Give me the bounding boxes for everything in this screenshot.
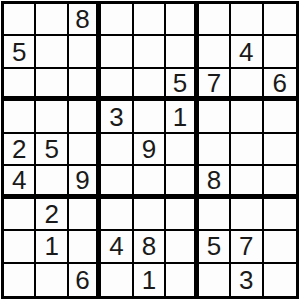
cell-r4c5-empty[interactable]	[134, 101, 166, 133]
cell-r3c2-empty[interactable]	[36, 69, 68, 101]
cell-r3c6-given[interactable]: 5	[166, 69, 198, 101]
cell-r9c5-given[interactable]: 1	[134, 264, 166, 296]
sudoku-board: 85457631259498214857613	[1, 1, 299, 299]
cell-r7c7-empty[interactable]	[199, 199, 231, 231]
cell-r4c9-empty[interactable]	[264, 101, 296, 133]
cell-r9c4-empty[interactable]	[101, 264, 133, 296]
cell-r1c2-empty[interactable]	[36, 4, 68, 36]
cell-r6c6-empty[interactable]	[166, 166, 198, 198]
cell-r7c5-empty[interactable]	[134, 199, 166, 231]
cell-r1c7-empty[interactable]	[199, 4, 231, 36]
cell-r9c3-given[interactable]: 6	[69, 264, 101, 296]
cell-r4c4-given[interactable]: 3	[101, 101, 133, 133]
cell-r3c8-empty[interactable]	[231, 69, 263, 101]
cell-r5c7-empty[interactable]	[199, 134, 231, 166]
cell-r2c4-empty[interactable]	[101, 36, 133, 68]
cell-r2c3-empty[interactable]	[69, 36, 101, 68]
cell-r3c9-given[interactable]: 6	[264, 69, 296, 101]
cell-r7c1-empty[interactable]	[4, 199, 36, 231]
cell-r2c9-empty[interactable]	[264, 36, 296, 68]
cell-r3c3-empty[interactable]	[69, 69, 101, 101]
cell-r1c6-empty[interactable]	[166, 4, 198, 36]
cell-r4c2-empty[interactable]	[36, 101, 68, 133]
cell-r7c6-empty[interactable]	[166, 199, 198, 231]
cell-r3c1-empty[interactable]	[4, 69, 36, 101]
cell-r8c9-empty[interactable]	[264, 231, 296, 263]
cell-r2c1-given[interactable]: 5	[4, 36, 36, 68]
sudoku-page: 85457631259498214857613	[0, 0, 300, 300]
cell-r5c2-given[interactable]: 5	[36, 134, 68, 166]
cell-r5c8-empty[interactable]	[231, 134, 263, 166]
cell-r1c3-given[interactable]: 8	[69, 4, 101, 36]
cell-r8c6-empty[interactable]	[166, 231, 198, 263]
cell-r5c6-empty[interactable]	[166, 134, 198, 166]
cell-r6c4-empty[interactable]	[101, 166, 133, 198]
cell-r7c2-given[interactable]: 2	[36, 199, 68, 231]
cell-r2c6-empty[interactable]	[166, 36, 198, 68]
cell-r6c7-given[interactable]: 8	[199, 166, 231, 198]
cell-r9c9-empty[interactable]	[264, 264, 296, 296]
cell-r4c7-empty[interactable]	[199, 101, 231, 133]
cell-r7c3-empty[interactable]	[69, 199, 101, 231]
cell-r5c3-empty[interactable]	[69, 134, 101, 166]
cell-r2c7-empty[interactable]	[199, 36, 231, 68]
cell-r1c5-empty[interactable]	[134, 4, 166, 36]
cell-r8c8-given[interactable]: 7	[231, 231, 263, 263]
cell-r8c1-empty[interactable]	[4, 231, 36, 263]
cell-r9c6-empty[interactable]	[166, 264, 198, 296]
cell-r6c5-empty[interactable]	[134, 166, 166, 198]
cell-r9c7-empty[interactable]	[199, 264, 231, 296]
cell-r8c5-given[interactable]: 8	[134, 231, 166, 263]
cell-r7c9-empty[interactable]	[264, 199, 296, 231]
cell-r9c2-empty[interactable]	[36, 264, 68, 296]
cell-r5c1-given[interactable]: 2	[4, 134, 36, 166]
cell-r8c3-empty[interactable]	[69, 231, 101, 263]
cell-r1c4-empty[interactable]	[101, 4, 133, 36]
cell-r5c9-empty[interactable]	[264, 134, 296, 166]
cell-r9c8-given[interactable]: 3	[231, 264, 263, 296]
cell-r4c6-given[interactable]: 1	[166, 101, 198, 133]
cell-r5c4-empty[interactable]	[101, 134, 133, 166]
cell-r6c1-given[interactable]: 4	[4, 166, 36, 198]
cell-r2c5-empty[interactable]	[134, 36, 166, 68]
cell-r6c9-empty[interactable]	[264, 166, 296, 198]
cell-r3c5-empty[interactable]	[134, 69, 166, 101]
cell-r2c2-empty[interactable]	[36, 36, 68, 68]
cell-r6c2-empty[interactable]	[36, 166, 68, 198]
cell-r5c5-given[interactable]: 9	[134, 134, 166, 166]
cell-r8c7-given[interactable]: 5	[199, 231, 231, 263]
cell-r8c2-given[interactable]: 1	[36, 231, 68, 263]
cell-r7c4-empty[interactable]	[101, 199, 133, 231]
cell-r4c1-empty[interactable]	[4, 101, 36, 133]
cell-r2c8-given[interactable]: 4	[231, 36, 263, 68]
cell-r9c1-empty[interactable]	[4, 264, 36, 296]
cell-r3c7-given[interactable]: 7	[199, 69, 231, 101]
cell-r4c3-empty[interactable]	[69, 101, 101, 133]
cell-r6c8-empty[interactable]	[231, 166, 263, 198]
cell-r4c8-empty[interactable]	[231, 101, 263, 133]
cell-r1c8-empty[interactable]	[231, 4, 263, 36]
cell-r3c4-empty[interactable]	[101, 69, 133, 101]
cell-r7c8-empty[interactable]	[231, 199, 263, 231]
cell-r6c3-given[interactable]: 9	[69, 166, 101, 198]
cell-r1c1-empty[interactable]	[4, 4, 36, 36]
cell-r8c4-given[interactable]: 4	[101, 231, 133, 263]
cell-r1c9-empty[interactable]	[264, 4, 296, 36]
